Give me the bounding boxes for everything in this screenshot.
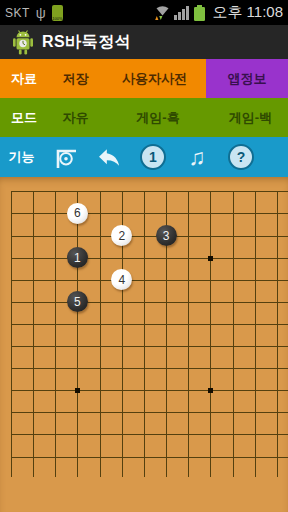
grid-hline	[11, 346, 288, 347]
grid-vline	[55, 191, 56, 477]
star-point	[208, 256, 213, 261]
grid-vline	[188, 191, 189, 477]
wifi-icon	[153, 4, 170, 21]
android-robot-icon	[12, 29, 34, 55]
title-bar: RS바둑정석	[0, 25, 288, 59]
move-number-badge: 1	[140, 144, 166, 170]
tab-free[interactable]: 자유	[48, 98, 103, 137]
undo-arrow-icon	[96, 144, 122, 170]
star-point	[208, 388, 213, 393]
signal-strength-icon	[174, 5, 190, 20]
tab-save[interactable]: 저장	[48, 59, 103, 98]
grid-vline	[33, 191, 34, 477]
grid-vline	[144, 191, 145, 477]
grid-hline	[11, 434, 288, 435]
status-bar: SKT ψ 100% 오후 11:08	[0, 0, 288, 25]
grid-vline	[77, 191, 78, 477]
grid-hline	[11, 191, 288, 192]
grid-vline	[277, 191, 278, 477]
grid-hline	[11, 412, 288, 413]
grid-hline	[11, 302, 288, 303]
tab-game-black[interactable]: 게임-흑	[103, 98, 213, 137]
tab-app-info[interactable]: 앱정보	[206, 59, 288, 98]
battery-100-label: 100%	[52, 16, 62, 21]
undo-button[interactable]	[87, 137, 131, 177]
grid-hline	[11, 390, 288, 391]
usb-icon: ψ	[36, 6, 46, 20]
grid-hline	[11, 236, 288, 237]
grid-hline	[11, 324, 288, 325]
star-point	[75, 388, 80, 393]
music-note-icon: ♫	[188, 146, 205, 169]
tab-game-white[interactable]: 게임-백	[213, 98, 288, 137]
corner-position-button[interactable]	[43, 137, 87, 177]
grid-vline	[233, 191, 234, 477]
grid-hline	[11, 368, 288, 369]
tab-user-dictionary[interactable]: 사용자사전	[103, 59, 206, 98]
go-board[interactable]: 123456	[0, 177, 288, 512]
clock-label: 오후 11:08	[212, 3, 283, 22]
carrier-label: SKT	[5, 6, 30, 20]
function-toolbar: 기능 1 ♫ ?	[0, 137, 288, 177]
grid-vline	[100, 191, 101, 477]
grid-hline	[11, 213, 288, 214]
app-title: RS바둑정석	[42, 32, 131, 53]
help-button[interactable]: ?	[219, 137, 263, 177]
battery-100-icon: 100%	[52, 5, 63, 21]
move-number-button[interactable]: 1	[131, 137, 175, 177]
status-right: 오후 11:08	[153, 3, 283, 22]
battery-icon	[194, 5, 205, 21]
menu-bar-top: 자료 저장 사용자사전 앱정보	[0, 59, 288, 98]
grid-hline	[11, 258, 288, 259]
tab-data[interactable]: 자료	[0, 59, 48, 98]
board-corner-stone-icon	[52, 144, 78, 170]
status-left: SKT ψ 100%	[5, 5, 63, 21]
black-stone-3: 3	[156, 225, 177, 246]
white-stone-2: 2	[111, 225, 132, 246]
function-label: 기능	[0, 148, 43, 166]
white-stone-4: 4	[111, 269, 132, 290]
black-stone-5: 5	[67, 291, 88, 312]
grid-vline	[210, 191, 211, 477]
grid-vline	[255, 191, 256, 477]
white-stone-6: 6	[67, 203, 88, 224]
tab-mode[interactable]: 모드	[0, 98, 48, 137]
help-badge: ?	[228, 144, 254, 170]
menu-bar-mode: 모드 자유 게임-흑 게임-백	[0, 98, 288, 137]
grid-vline	[11, 191, 12, 477]
grid-hline	[11, 280, 288, 281]
black-stone-1: 1	[67, 247, 88, 268]
grid-hline	[11, 457, 288, 458]
app-screen: SKT ψ 100% 오후 11:08	[0, 0, 288, 512]
sound-button[interactable]: ♫	[175, 137, 219, 177]
